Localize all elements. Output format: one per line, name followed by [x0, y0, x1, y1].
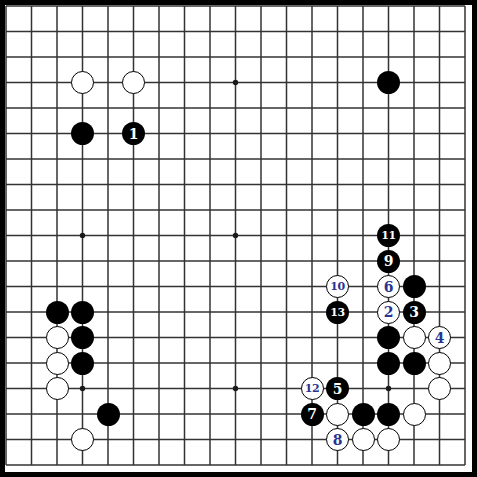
white-stone — [46, 326, 69, 349]
move-1-stone: 1 — [122, 122, 145, 145]
white-stone — [352, 428, 375, 451]
move-6-stone: 6 — [377, 275, 400, 298]
black-stone — [377, 326, 400, 349]
black-stone — [377, 71, 400, 94]
move-8-stone: 8 — [326, 428, 349, 451]
move-number-label: 10 — [330, 281, 344, 292]
black-stone — [46, 301, 69, 324]
black-stone — [403, 352, 426, 375]
white-stone — [403, 326, 426, 349]
black-stone — [403, 275, 426, 298]
black-stone — [377, 403, 400, 426]
move-4-stone: 4 — [428, 326, 451, 349]
move-number-label: 6 — [384, 280, 394, 294]
move-number-label: 5 — [333, 382, 343, 396]
black-stone — [71, 122, 94, 145]
move-13-stone: 13 — [326, 301, 349, 324]
white-stone — [71, 428, 94, 451]
black-stone — [97, 403, 120, 426]
white-stone — [428, 377, 451, 400]
white-stone — [46, 352, 69, 375]
move-2-stone: 2 — [377, 301, 400, 324]
move-3-stone: 3 — [403, 301, 426, 324]
white-stone — [403, 403, 426, 426]
move-11-stone: 11 — [377, 224, 400, 247]
move-10-stone: 10 — [326, 275, 349, 298]
black-stone — [377, 352, 400, 375]
move-12-stone: 12 — [301, 377, 324, 400]
move-number-label: 2 — [384, 305, 394, 319]
move-number-label: 7 — [307, 407, 317, 421]
black-stone — [71, 352, 94, 375]
white-stone — [71, 71, 94, 94]
black-stone — [71, 326, 94, 349]
move-number-label: 9 — [384, 254, 394, 268]
move-number-label: 8 — [333, 433, 343, 447]
white-stone — [122, 71, 145, 94]
white-stone — [326, 403, 349, 426]
stones-layer: 12345678910111213 — [0, 0, 477, 477]
move-number-label: 13 — [330, 307, 344, 318]
white-stone — [46, 377, 69, 400]
move-number-label: 11 — [381, 230, 395, 241]
go-board: 12345678910111213 — [0, 0, 477, 477]
move-number-label: 3 — [409, 305, 419, 319]
white-stone — [377, 428, 400, 451]
move-9-stone: 9 — [377, 250, 400, 273]
move-7-stone: 7 — [301, 403, 324, 426]
move-number-label: 4 — [435, 331, 445, 345]
black-stone — [352, 403, 375, 426]
move-5-stone: 5 — [326, 377, 349, 400]
black-stone — [71, 301, 94, 324]
white-stone — [428, 352, 451, 375]
move-number-label: 1 — [129, 127, 139, 141]
move-number-label: 12 — [305, 383, 319, 394]
